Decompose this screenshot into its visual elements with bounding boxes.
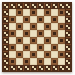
board-field [8, 8, 66, 66]
square-inlay [32, 11, 35, 14]
square-d7[interactable] [30, 16, 37, 23]
square-f2[interactable] [44, 51, 51, 58]
square-f5[interactable] [44, 30, 51, 37]
square-a6[interactable] [9, 23, 16, 30]
square-b6[interactable] [16, 23, 23, 30]
square-c2[interactable] [23, 51, 30, 58]
square-d6[interactable] [30, 23, 37, 30]
mosaic-block-icon [66, 11, 70, 15]
square-e3[interactable] [37, 44, 44, 51]
mosaic-block-icon [66, 60, 70, 64]
mosaic-corner-icon [66, 66, 70, 70]
mosaic-block-icon [46, 66, 50, 70]
square-inlay [25, 32, 28, 35]
square-e2[interactable] [37, 51, 44, 58]
square-inlay [18, 39, 21, 42]
square-h2[interactable] [58, 51, 65, 58]
square-c7[interactable] [23, 16, 30, 23]
square-h6[interactable] [58, 23, 65, 30]
square-inlay [25, 60, 28, 63]
mosaic-corner-icon [66, 4, 70, 8]
square-inlay [32, 25, 35, 28]
square-f7[interactable] [44, 16, 51, 23]
square-a4[interactable] [9, 37, 16, 44]
square-g6[interactable] [51, 23, 58, 30]
square-e6[interactable] [37, 23, 44, 30]
square-inlay [46, 39, 49, 42]
square-inlay [53, 60, 56, 63]
square-d8[interactable] [30, 9, 37, 16]
square-inlay [46, 25, 49, 28]
square-d1[interactable] [30, 58, 37, 65]
square-inlay [11, 32, 14, 35]
square-a2[interactable] [9, 51, 16, 58]
square-c3[interactable] [23, 44, 30, 51]
mosaic-block-icon [66, 39, 70, 43]
square-g4[interactable] [51, 37, 58, 44]
square-e8[interactable] [37, 9, 44, 16]
square-f4[interactable] [44, 37, 51, 44]
chess-board [2, 2, 72, 72]
square-inlay [11, 60, 14, 63]
square-inlay [60, 39, 63, 42]
square-g5[interactable] [51, 30, 58, 37]
square-inlay [25, 46, 28, 49]
square-inlay [60, 53, 63, 56]
square-inlay [11, 46, 14, 49]
square-g3[interactable] [51, 44, 58, 51]
square-inlay [39, 32, 42, 35]
mosaic-block-icon [11, 66, 15, 70]
square-h8[interactable] [58, 9, 65, 16]
square-inlay [53, 46, 56, 49]
square-inlay [39, 60, 42, 63]
square-inlay [60, 11, 63, 14]
square-inlay [53, 18, 56, 21]
square-inlay [32, 53, 35, 56]
square-g1[interactable] [51, 58, 58, 65]
square-inlay [60, 25, 63, 28]
square-e1[interactable] [37, 58, 44, 65]
square-inlay [39, 18, 42, 21]
mosaic-block-icon [53, 66, 57, 70]
mosaic-block-icon [66, 18, 70, 22]
square-inlay [18, 25, 21, 28]
square-inlay [46, 11, 49, 14]
square-d5[interactable] [30, 30, 37, 37]
square-e5[interactable] [37, 30, 44, 37]
square-inlay [25, 18, 28, 21]
square-inlay [39, 46, 42, 49]
square-h4[interactable] [58, 37, 65, 44]
mosaic-block-icon [60, 66, 64, 70]
square-inlay [32, 39, 35, 42]
square-h7[interactable] [58, 16, 65, 23]
square-b3[interactable] [16, 44, 23, 51]
mosaic-block-icon [66, 53, 70, 57]
square-b2[interactable] [16, 51, 23, 58]
board-photo [0, 0, 75, 75]
mosaic-block-icon [18, 66, 22, 70]
square-f8[interactable] [44, 9, 51, 16]
square-b1[interactable] [16, 58, 23, 65]
square-inlay [46, 53, 49, 56]
square-c8[interactable] [23, 9, 30, 16]
mosaic-block-icon [66, 32, 70, 36]
square-b4[interactable] [16, 37, 23, 44]
square-g8[interactable] [51, 9, 58, 16]
square-a1[interactable] [9, 58, 16, 65]
square-a7[interactable] [9, 16, 16, 23]
square-f1[interactable] [44, 58, 51, 65]
square-c6[interactable] [23, 23, 30, 30]
mosaic-block-icon [39, 66, 43, 70]
square-inlay [18, 11, 21, 14]
square-g7[interactable] [51, 16, 58, 23]
square-c1[interactable] [23, 58, 30, 65]
mosaic-block-icon [32, 66, 36, 70]
mosaic-block-icon [66, 25, 70, 29]
mosaic-corner-icon [4, 66, 8, 70]
square-g2[interactable] [51, 51, 58, 58]
square-inlay [18, 53, 21, 56]
square-a5[interactable] [9, 30, 16, 37]
square-inlay [11, 18, 14, 21]
square-d4[interactable] [30, 37, 37, 44]
square-e7[interactable] [37, 16, 44, 23]
square-a3[interactable] [9, 44, 16, 51]
square-inlay [53, 32, 56, 35]
square-h3[interactable] [58, 44, 65, 51]
square-c4[interactable] [23, 37, 30, 44]
mosaic-block-icon [66, 46, 70, 50]
square-b7[interactable] [16, 16, 23, 23]
square-h5[interactable] [58, 30, 65, 37]
square-d3[interactable] [30, 44, 37, 51]
square-e4[interactable] [37, 37, 44, 44]
square-f3[interactable] [44, 44, 51, 51]
square-a8[interactable] [9, 9, 16, 16]
square-d2[interactable] [30, 51, 37, 58]
square-c5[interactable] [23, 30, 30, 37]
square-b5[interactable] [16, 30, 23, 37]
square-h1[interactable] [58, 58, 65, 65]
square-f6[interactable] [44, 23, 51, 30]
mosaic-block-icon [25, 66, 29, 70]
square-b8[interactable] [16, 9, 23, 16]
